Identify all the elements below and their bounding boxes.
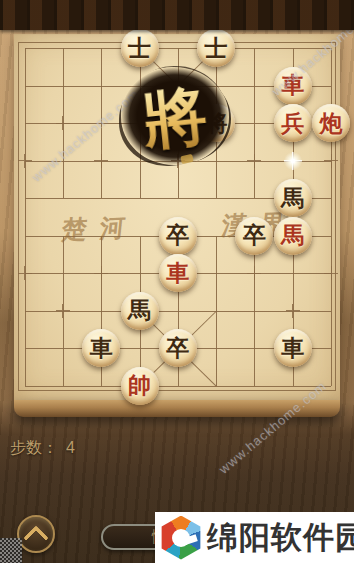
- xiangqi-board[interactable]: 楚河 漢界 士士車將兵炮馬卒卒馬車馬車卒車帥 將: [14, 34, 340, 400]
- point-marker: [18, 154, 32, 168]
- piece-glyph: 馬: [281, 187, 304, 210]
- piece-glyph: 兵: [281, 112, 304, 135]
- check-stamp-character: 將: [117, 70, 234, 168]
- piece-black-卒[interactable]: 卒: [159, 329, 197, 367]
- top-bar: [0, 0, 354, 30]
- piece-glyph: 馬: [128, 299, 151, 322]
- grid-line: [254, 236, 255, 386]
- site-watermark-text: 绵阳软件园: [207, 517, 354, 559]
- move-counter-label: 步数：: [10, 439, 58, 456]
- grid-line: [331, 48, 332, 386]
- piece-black-馬[interactable]: 馬: [121, 292, 159, 330]
- move-counter-value: 4: [66, 439, 75, 456]
- point-marker: [94, 154, 108, 168]
- piece-red-炮[interactable]: 炮: [312, 104, 350, 142]
- piece-glyph: 卒: [243, 224, 266, 247]
- piece-glyph: 士: [205, 37, 228, 60]
- piece-black-士[interactable]: 士: [121, 29, 159, 67]
- piece-black-卒[interactable]: 卒: [159, 217, 197, 255]
- piece-glyph: 帥: [128, 374, 151, 397]
- piece-red-兵[interactable]: 兵: [274, 104, 312, 142]
- point-marker: [247, 266, 261, 280]
- point-marker: [94, 266, 108, 280]
- piece-black-馬[interactable]: 馬: [274, 179, 312, 217]
- grid-line: [25, 48, 26, 386]
- piece-black-卒[interactable]: 卒: [235, 217, 273, 255]
- point-marker: [286, 304, 300, 318]
- piece-red-帥[interactable]: 帥: [121, 367, 159, 405]
- river-label-left: 楚河: [60, 211, 140, 247]
- chevron-up-icon: [23, 525, 48, 550]
- point-marker: [56, 304, 70, 318]
- site-logo-icon: [159, 516, 203, 560]
- piece-glyph: 炮: [320, 112, 343, 135]
- grid-line: [254, 48, 255, 198]
- qr-code-watermark: [0, 538, 22, 563]
- app-screen: 楚河 漢界 士士車將兵炮馬卒卒馬車馬車卒車帥 將 www.hackhome.co…: [0, 0, 354, 563]
- point-marker: [247, 154, 261, 168]
- piece-black-車[interactable]: 車: [274, 329, 312, 367]
- sparkle-effect-icon: [283, 151, 303, 171]
- site-watermark: 绵阳软件园: [155, 512, 354, 563]
- piece-glyph: 車: [90, 337, 113, 360]
- piece-glyph: 車: [281, 337, 304, 360]
- collapse-button[interactable]: [17, 515, 55, 553]
- point-marker: [56, 116, 70, 130]
- piece-glyph: 卒: [166, 224, 189, 247]
- piece-black-士[interactable]: 士: [197, 29, 235, 67]
- piece-glyph: 馬: [281, 224, 304, 247]
- piece-glyph: 士: [128, 37, 151, 60]
- grid-line: [25, 386, 331, 387]
- piece-red-馬[interactable]: 馬: [274, 217, 312, 255]
- check-stamp: 將: [121, 67, 229, 165]
- piece-glyph: 車: [166, 262, 189, 285]
- point-marker: [18, 266, 32, 280]
- piece-glyph: 卒: [166, 337, 189, 360]
- move-counter: 步数：4: [10, 438, 75, 459]
- point-marker: [324, 266, 338, 280]
- piece-red-車[interactable]: 車: [159, 254, 197, 292]
- point-marker: [324, 154, 338, 168]
